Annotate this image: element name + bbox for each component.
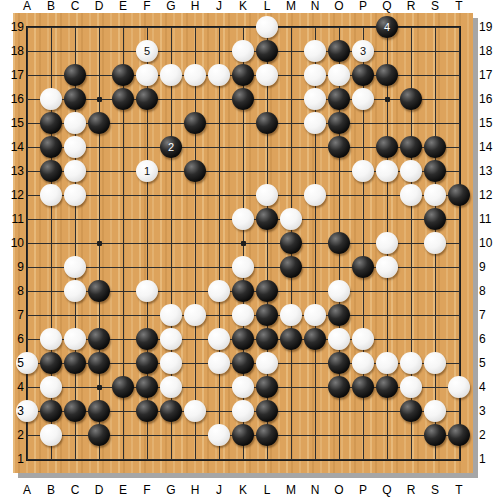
coordinate-label: 18 xyxy=(0,44,24,58)
coordinate-label: 7 xyxy=(479,308,500,322)
stone-white xyxy=(40,424,62,446)
coordinate-label: F xyxy=(143,484,150,497)
move-number-label: 3 xyxy=(360,46,366,57)
coordinate-label: 3 xyxy=(0,404,24,418)
stone-black xyxy=(40,136,62,158)
stone-white xyxy=(64,256,86,278)
coordinate-label: 9 xyxy=(0,260,24,274)
stone-white xyxy=(424,400,446,422)
stone-black xyxy=(112,64,134,86)
stone-white xyxy=(376,232,398,254)
stone-black xyxy=(256,280,278,302)
coordinate-label: M xyxy=(286,484,296,497)
stone-black xyxy=(232,64,254,86)
coordinate-label: S xyxy=(431,484,439,497)
stone-white xyxy=(328,280,350,302)
coordinate-label: R xyxy=(407,484,416,497)
coordinate-label: 2 xyxy=(479,428,500,442)
stone-white xyxy=(208,424,230,446)
coordinate-label: 14 xyxy=(0,140,24,154)
stone-black xyxy=(256,424,278,446)
stone-white xyxy=(304,88,326,110)
stone-black xyxy=(328,232,350,254)
stone-white xyxy=(184,64,206,86)
coordinate-label: 11 xyxy=(479,212,500,226)
coordinate-label: 8 xyxy=(479,284,500,298)
coordinate-label: P xyxy=(359,484,367,497)
stone-white xyxy=(184,304,206,326)
coordinate-label: 13 xyxy=(479,164,500,178)
coordinate-label: L xyxy=(264,0,271,13)
stone-black xyxy=(88,424,110,446)
stone-black xyxy=(448,184,470,206)
stone-white xyxy=(64,184,86,206)
coordinate-label: F xyxy=(143,0,150,13)
coordinate-label: B xyxy=(47,0,55,13)
stone-black xyxy=(424,424,446,446)
coordinate-label: K xyxy=(239,484,247,497)
stone-black xyxy=(184,160,206,182)
stone-black xyxy=(280,232,302,254)
stone-white xyxy=(280,304,302,326)
coordinate-label: M xyxy=(286,0,296,13)
coordinate-label: 2 xyxy=(0,428,24,442)
stone-white xyxy=(64,328,86,350)
stone-black xyxy=(232,328,254,350)
stone-black xyxy=(400,400,422,422)
stone-white xyxy=(40,328,62,350)
coordinate-label: 15 xyxy=(0,116,24,130)
coordinate-label: P xyxy=(359,0,367,13)
stone-black xyxy=(328,352,350,374)
stone-black xyxy=(280,256,302,278)
coordinate-label: 5 xyxy=(0,356,24,370)
coordinate-label: 6 xyxy=(0,332,24,346)
stone-white xyxy=(208,64,230,86)
stone-white xyxy=(424,232,446,254)
stone-black xyxy=(352,376,374,398)
stone-white xyxy=(424,184,446,206)
coordinate-label: 12 xyxy=(479,188,500,202)
stone-white xyxy=(304,64,326,86)
coordinate-label: 19 xyxy=(479,20,500,34)
stone-white: 3 xyxy=(352,40,374,62)
stone-white xyxy=(232,256,254,278)
coordinate-label: 9 xyxy=(479,260,500,274)
move-number-label: 5 xyxy=(144,46,150,57)
stone-white xyxy=(376,160,398,182)
stone-black xyxy=(424,160,446,182)
stone-white xyxy=(232,208,254,230)
stone-white xyxy=(64,160,86,182)
stone-white xyxy=(160,376,182,398)
go-board[interactable]: 45321 xyxy=(13,13,473,473)
coordinate-label: 6 xyxy=(479,332,500,346)
stone-black xyxy=(232,352,254,374)
stone-white xyxy=(304,304,326,326)
move-number-label: 1 xyxy=(144,166,150,177)
coordinate-label: 12 xyxy=(0,188,24,202)
stone-black xyxy=(256,376,278,398)
stone-black xyxy=(256,112,278,134)
coordinate-label: B xyxy=(47,484,55,497)
stone-white xyxy=(64,280,86,302)
stone-black xyxy=(64,64,86,86)
stone-white xyxy=(208,352,230,374)
stone-black xyxy=(256,304,278,326)
stone-white xyxy=(400,160,422,182)
stone-white xyxy=(376,352,398,374)
coordinate-label: N xyxy=(311,484,320,497)
stone-black xyxy=(400,136,422,158)
coordinate-label: Q xyxy=(382,484,391,497)
stone-black xyxy=(376,376,398,398)
stone-white xyxy=(136,64,158,86)
move-number-label: 4 xyxy=(384,22,390,33)
stone-white xyxy=(304,112,326,134)
coordinate-label: N xyxy=(311,0,320,13)
stone-black xyxy=(256,328,278,350)
stone-white xyxy=(136,280,158,302)
coordinate-label: H xyxy=(191,484,200,497)
stone-white xyxy=(40,376,62,398)
stone-white xyxy=(208,328,230,350)
coordinate-label: 13 xyxy=(0,164,24,178)
coordinate-label: D xyxy=(95,0,104,13)
stone-black xyxy=(328,112,350,134)
stone-black xyxy=(88,352,110,374)
stone-black xyxy=(232,424,254,446)
coordinate-label: C xyxy=(71,0,80,13)
coordinate-label: J xyxy=(216,0,222,13)
stone-black xyxy=(160,400,182,422)
coordinate-label: 7 xyxy=(0,308,24,322)
stone-black xyxy=(256,40,278,62)
coordinate-label: 18 xyxy=(479,44,500,58)
coordinate-label: K xyxy=(239,0,247,13)
move-number-label: 2 xyxy=(168,142,174,153)
stone-black xyxy=(448,424,470,446)
coordinate-label: 1 xyxy=(0,452,24,466)
coordinate-label: 1 xyxy=(479,452,500,466)
stone-black: 2 xyxy=(160,136,182,158)
stone-black xyxy=(424,136,446,158)
coordinate-label: H xyxy=(191,0,200,13)
coordinate-label: S xyxy=(431,0,439,13)
coordinate-label: 16 xyxy=(479,92,500,106)
stone-white xyxy=(256,64,278,86)
stone-white xyxy=(160,64,182,86)
stone-black xyxy=(88,112,110,134)
stone-black xyxy=(136,376,158,398)
coordinate-label: 8 xyxy=(0,284,24,298)
stone-black xyxy=(40,400,62,422)
stone-white xyxy=(448,376,470,398)
coordinate-label: 3 xyxy=(479,404,500,418)
coordinate-label: O xyxy=(334,0,343,13)
stone-black xyxy=(184,112,206,134)
stone-white xyxy=(232,304,254,326)
stone-black xyxy=(352,256,374,278)
coordinate-label: 14 xyxy=(479,140,500,154)
stone-black xyxy=(232,88,254,110)
stone-white: 1 xyxy=(136,160,158,182)
coordinate-label: 5 xyxy=(479,356,500,370)
stone-black xyxy=(424,208,446,230)
stone-white: 5 xyxy=(136,40,158,62)
stone-black xyxy=(376,136,398,158)
stone-white xyxy=(232,376,254,398)
stone-black xyxy=(328,376,350,398)
coordinate-label: O xyxy=(334,484,343,497)
coordinate-label: L xyxy=(264,484,271,497)
stone-white xyxy=(40,88,62,110)
stone-black xyxy=(64,352,86,374)
stone-black xyxy=(40,352,62,374)
stone-white xyxy=(208,280,230,302)
coordinate-label: J xyxy=(216,484,222,497)
stone-white xyxy=(424,352,446,374)
stone-black xyxy=(400,88,422,110)
stone-white xyxy=(64,136,86,158)
stone-black xyxy=(136,328,158,350)
stone-black xyxy=(280,328,302,350)
coordinate-label: 15 xyxy=(479,116,500,130)
coordinate-label: 19 xyxy=(0,20,24,34)
coordinate-label: R xyxy=(407,0,416,13)
stone-white xyxy=(352,352,374,374)
stone-black xyxy=(136,352,158,374)
stone-white xyxy=(400,352,422,374)
coordinate-label: A xyxy=(23,484,31,497)
stone-black xyxy=(352,64,374,86)
stone-white xyxy=(256,352,278,374)
coordinate-label: 17 xyxy=(479,68,500,82)
stone-white xyxy=(328,328,350,350)
coordinate-label: E xyxy=(119,0,127,13)
stone-black xyxy=(256,208,278,230)
coordinate-label: C xyxy=(71,484,80,497)
coordinate-label: T xyxy=(455,484,462,497)
stone-white xyxy=(40,184,62,206)
stone-white xyxy=(400,184,422,206)
stone-black xyxy=(328,88,350,110)
stone-black xyxy=(112,88,134,110)
stone-black xyxy=(88,280,110,302)
stone-black xyxy=(328,304,350,326)
stone-black xyxy=(256,400,278,422)
stone-black xyxy=(136,88,158,110)
stone-black xyxy=(40,112,62,134)
stones-layer: 45321 xyxy=(15,15,471,471)
coordinate-label: D xyxy=(95,484,104,497)
coordinate-label: Q xyxy=(382,0,391,13)
coordinate-label: T xyxy=(455,0,462,13)
coordinate-label: A xyxy=(23,0,31,13)
stone-black xyxy=(304,328,326,350)
stone-black xyxy=(232,280,254,302)
stone-white xyxy=(328,64,350,86)
coordinate-label: 16 xyxy=(0,92,24,106)
stone-black xyxy=(64,88,86,110)
stone-white xyxy=(352,328,374,350)
go-diagram: 45321 AABBCCDDEEFFGGHHJJKKLLMMNNOOPPQQRR… xyxy=(0,0,500,500)
stone-black xyxy=(88,328,110,350)
stone-white xyxy=(232,400,254,422)
coordinate-label: 4 xyxy=(479,380,500,394)
coordinate-label: 17 xyxy=(0,68,24,82)
coordinate-label: 10 xyxy=(0,236,24,250)
stone-white xyxy=(304,184,326,206)
stone-white xyxy=(304,40,326,62)
stone-white xyxy=(256,16,278,38)
stone-white xyxy=(160,352,182,374)
stone-white xyxy=(184,400,206,422)
stone-white xyxy=(400,376,422,398)
coordinate-label: G xyxy=(166,484,175,497)
stone-white xyxy=(160,328,182,350)
stone-white xyxy=(352,88,374,110)
stone-black xyxy=(88,400,110,422)
stone-white xyxy=(64,112,86,134)
stone-white xyxy=(256,184,278,206)
coordinate-label: 10 xyxy=(479,236,500,250)
stone-white xyxy=(376,256,398,278)
stone-black xyxy=(328,40,350,62)
coordinate-label: 4 xyxy=(0,380,24,394)
stone-black xyxy=(376,64,398,86)
stone-black xyxy=(40,160,62,182)
coordinate-label: E xyxy=(119,484,127,497)
stone-black: 4 xyxy=(376,16,398,38)
stone-white xyxy=(280,208,302,230)
stone-white xyxy=(232,40,254,62)
coordinate-label: G xyxy=(166,0,175,13)
stone-white xyxy=(160,304,182,326)
stone-black xyxy=(136,400,158,422)
coordinate-label: 11 xyxy=(0,212,24,226)
stone-black xyxy=(112,376,134,398)
stone-black xyxy=(328,136,350,158)
stone-black xyxy=(64,400,86,422)
stone-white xyxy=(352,160,374,182)
